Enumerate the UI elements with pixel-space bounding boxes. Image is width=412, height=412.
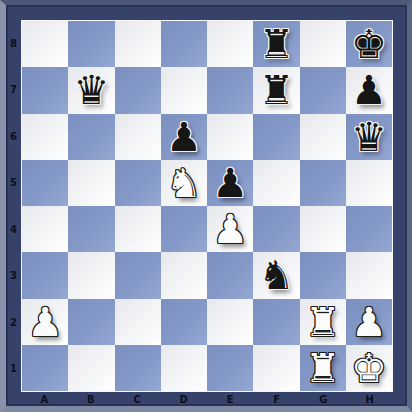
black-queen-h6[interactable]: ♛	[346, 114, 392, 160]
square-e6[interactable]	[207, 114, 253, 160]
square-a7[interactable]	[22, 67, 68, 113]
file-label-e: E	[207, 393, 254, 406]
square-h6[interactable]: ♛	[346, 114, 392, 160]
file-label-a: A	[21, 393, 68, 406]
square-e7[interactable]	[207, 67, 253, 113]
square-g4[interactable]	[300, 206, 346, 252]
square-e2[interactable]	[207, 299, 253, 345]
square-d5[interactable]: ♞	[161, 160, 207, 206]
square-c5[interactable]	[115, 160, 161, 206]
square-d4[interactable]	[161, 206, 207, 252]
black-rook-f8[interactable]: ♜	[253, 21, 299, 67]
square-e1[interactable]	[207, 345, 253, 391]
white-rook-g1[interactable]: ♜	[300, 345, 346, 391]
square-b3[interactable]	[68, 252, 114, 298]
white-pawn-h2[interactable]: ♟	[346, 299, 392, 345]
square-f2[interactable]	[253, 299, 299, 345]
square-c1[interactable]	[115, 345, 161, 391]
square-f5[interactable]	[253, 160, 299, 206]
square-a5[interactable]	[22, 160, 68, 206]
black-king-h8[interactable]: ♚	[346, 21, 392, 67]
white-pawn-e4[interactable]: ♟	[207, 206, 253, 252]
square-h2[interactable]: ♟	[346, 299, 392, 345]
file-label-g: G	[300, 393, 347, 406]
rank-label-7: 7	[6, 67, 21, 114]
white-knight-d5[interactable]: ♞	[161, 160, 207, 206]
square-d6[interactable]: ♟	[161, 114, 207, 160]
black-queen-b7[interactable]: ♛	[68, 67, 114, 113]
square-a3[interactable]	[22, 252, 68, 298]
rank-label-1: 1	[6, 346, 21, 393]
square-g8[interactable]	[300, 21, 346, 67]
rank-label-3: 3	[6, 253, 21, 300]
file-label-h: H	[347, 393, 394, 406]
file-labels: ABCDEFGH	[21, 393, 393, 406]
chessboard-frame: 87654321 ABCDEFGH ♜♚♛♜♟♟♛♞♟♟♞♟♜♟♜♚	[0, 0, 412, 412]
square-b2[interactable]	[68, 299, 114, 345]
rank-label-2: 2	[6, 299, 21, 346]
square-g3[interactable]	[300, 252, 346, 298]
black-rook-f7[interactable]: ♜	[253, 67, 299, 113]
rank-label-5: 5	[6, 160, 21, 207]
square-d1[interactable]	[161, 345, 207, 391]
rank-labels: 87654321	[6, 20, 21, 392]
square-e3[interactable]	[207, 252, 253, 298]
square-a2[interactable]: ♟	[22, 299, 68, 345]
square-f8[interactable]: ♜	[253, 21, 299, 67]
file-label-f: F	[254, 393, 301, 406]
square-f1[interactable]	[253, 345, 299, 391]
square-g2[interactable]: ♜	[300, 299, 346, 345]
square-d3[interactable]	[161, 252, 207, 298]
square-g7[interactable]	[300, 67, 346, 113]
rank-label-6: 6	[6, 113, 21, 160]
file-label-c: C	[114, 393, 161, 406]
square-h1[interactable]: ♚	[346, 345, 392, 391]
square-c6[interactable]	[115, 114, 161, 160]
white-pawn-a2[interactable]: ♟	[22, 299, 68, 345]
chess-board: ♜♚♛♜♟♟♛♞♟♟♞♟♜♟♜♚	[21, 20, 393, 392]
square-h4[interactable]	[346, 206, 392, 252]
square-c3[interactable]	[115, 252, 161, 298]
square-a1[interactable]	[22, 345, 68, 391]
square-h7[interactable]: ♟	[346, 67, 392, 113]
black-knight-f3[interactable]: ♞	[253, 252, 299, 298]
white-rook-g2[interactable]: ♜	[300, 299, 346, 345]
square-c7[interactable]	[115, 67, 161, 113]
square-f3[interactable]: ♞	[253, 252, 299, 298]
square-b5[interactable]	[68, 160, 114, 206]
square-f4[interactable]	[253, 206, 299, 252]
square-d7[interactable]	[161, 67, 207, 113]
square-h8[interactable]: ♚	[346, 21, 392, 67]
square-b7[interactable]: ♛	[68, 67, 114, 113]
square-e5[interactable]: ♟	[207, 160, 253, 206]
square-e4[interactable]: ♟	[207, 206, 253, 252]
file-label-b: B	[68, 393, 115, 406]
square-a8[interactable]	[22, 21, 68, 67]
black-pawn-e5[interactable]: ♟	[207, 160, 253, 206]
black-pawn-d6[interactable]: ♟	[161, 114, 207, 160]
rank-label-4: 4	[6, 206, 21, 253]
square-f7[interactable]: ♜	[253, 67, 299, 113]
square-e8[interactable]	[207, 21, 253, 67]
square-a6[interactable]	[22, 114, 68, 160]
square-g1[interactable]: ♜	[300, 345, 346, 391]
square-d2[interactable]	[161, 299, 207, 345]
square-d8[interactable]	[161, 21, 207, 67]
square-c8[interactable]	[115, 21, 161, 67]
rank-label-8: 8	[6, 20, 21, 67]
square-b4[interactable]	[68, 206, 114, 252]
file-label-d: D	[161, 393, 208, 406]
square-f6[interactable]	[253, 114, 299, 160]
square-a4[interactable]	[22, 206, 68, 252]
square-h5[interactable]	[346, 160, 392, 206]
square-h3[interactable]	[346, 252, 392, 298]
square-c4[interactable]	[115, 206, 161, 252]
square-g6[interactable]	[300, 114, 346, 160]
square-b8[interactable]	[68, 21, 114, 67]
white-king-h1[interactable]: ♚	[346, 345, 392, 391]
square-b6[interactable]	[68, 114, 114, 160]
black-pawn-h7[interactable]: ♟	[346, 67, 392, 113]
square-c2[interactable]	[115, 299, 161, 345]
square-g5[interactable]	[300, 160, 346, 206]
square-b1[interactable]	[68, 345, 114, 391]
